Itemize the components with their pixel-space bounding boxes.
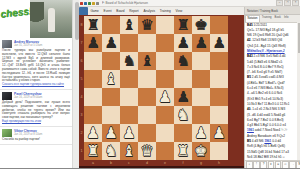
menu-item-view[interactable]: View — [173, 9, 184, 13]
menu-item-training[interactable]: Training — [157, 9, 173, 13]
annotation-button-1[interactable]: ! — [253, 161, 260, 169]
move-text: Re8 (4.Bg5 h6 5.Bxf6 Qxf6) — [247, 144, 285, 148]
avatar — [2, 92, 12, 100]
move-text: 2.d5 3.exd5 cxd5 4.Nf3 — [251, 75, 284, 79]
menu-item-report[interactable]: Report — [127, 9, 141, 13]
square-b3[interactable] — [102, 106, 120, 124]
post-link[interactable]: Скачать все партии турнира можно на сайт… — [2, 83, 70, 87]
notation-panel-header: Notation / Training Book — [245, 7, 300, 15]
white-rook-piece: ♜ — [86, 142, 99, 160]
square-e8[interactable] — [156, 16, 174, 34]
black-bishop-piece: ♝ — [140, 52, 153, 70]
annotation-button-5[interactable]: ∞ — [282, 161, 289, 169]
move-text: 5.d4 (5.Bd3 e6 6.Nbd2 c5 — [247, 60, 282, 64]
black-pawn-piece: ♟ — [194, 34, 207, 52]
forum-post: Viktor ChernovJan 16, 2019 at 8:10amСпас… — [0, 127, 72, 145]
square-d6[interactable]: ♝ — [138, 52, 156, 70]
app-tab-icon[interactable] — [79, 7, 88, 15]
move-text: axb4 7.Nxe4 Nxe4 ½-½ — [254, 128, 287, 132]
file-label-a: a — [84, 160, 102, 166]
post-body-text: Добрый день! Подскажите, как лучше всего… — [2, 101, 70, 120]
notation-panel: Notation / Training Book NotationTrainin… — [244, 7, 300, 168]
square-h7[interactable]: ♟ — [210, 34, 228, 52]
square-d8[interactable]: ♛ — [138, 16, 156, 34]
move-text: 4...a6 5.Be2 e6 6.0-0 Nc6 — [247, 91, 282, 95]
file-label-f: f — [174, 160, 192, 166]
square-b4[interactable] — [102, 88, 120, 106]
file-label-e: e — [156, 160, 174, 166]
board-frame-shadow — [79, 166, 244, 168]
titlebar-icon-2[interactable] — [88, 2, 91, 5]
square-e6[interactable] — [156, 52, 174, 70]
square-e7[interactable] — [156, 34, 174, 52]
page-scrollbar-thumb[interactable] — [75, 2, 79, 40]
white-pawn-piece: ♟ — [122, 124, 135, 142]
square-h6[interactable] — [210, 52, 228, 70]
square-c4[interactable] — [120, 88, 138, 106]
move-text: (8.h3 Bh5 9.c4 e6 10.Nc3) — [247, 97, 283, 101]
menu-item-board[interactable]: Board — [114, 9, 127, 13]
post-date: Jan 16, 2019 at 8:10am — [14, 133, 42, 137]
square-f3[interactable]: ♞ — [174, 106, 192, 124]
titlebar-icon-0[interactable] — [80, 2, 83, 5]
square-d7[interactable] — [138, 34, 156, 52]
square-g8[interactable]: ♚ — [192, 16, 210, 34]
square-b8[interactable] — [102, 16, 120, 34]
white-bishop-piece: ♝ — [104, 70, 117, 88]
black-rook-piece: ♜ — [176, 16, 189, 34]
square-h2[interactable]: ♟ — [210, 124, 228, 142]
square-a5[interactable] — [84, 70, 102, 88]
square-h1[interactable] — [210, 142, 228, 160]
square-g4[interactable] — [192, 88, 210, 106]
square-a1[interactable]: ♜ — [84, 142, 102, 160]
annotation-button-7[interactable]: N — [296, 161, 300, 169]
avatar — [2, 40, 12, 48]
move-text: 6.e4 Bg7 7.Be2 0-0 8.Be3) — [247, 118, 284, 122]
square-f1[interactable]: ♜ — [174, 142, 192, 160]
annotation-button-2[interactable]: ? — [260, 161, 267, 169]
post-head-text: Andrey MorozovJan 31, 2019 at 5:13am — [14, 40, 42, 48]
post-header: Andrey MorozovJan 31, 2019 at 5:13am — [2, 40, 70, 48]
white-pawn-piece: ♟ — [86, 124, 99, 142]
black-knight-piece: ♞ — [176, 52, 189, 70]
annotation-button-0[interactable]: ↕ — [246, 161, 253, 169]
move-text: 4.g3 Bb4 5.Bg2 0-0 6.0-0 e4 — [247, 123, 286, 127]
panel-scrollbar-thumb[interactable] — [298, 23, 300, 53]
chess-board: ♜♝♛♜♚♟♟♟♟♟♞♝♞♝♟♟♞♟♟♟♟♟♜♞♝♛♜♚ — [84, 16, 228, 160]
game-reference-link[interactable]: 1961 — [247, 128, 254, 132]
square-c3[interactable] — [120, 106, 138, 124]
titlebar-icon-1[interactable] — [84, 2, 87, 5]
minimize-button[interactable]: – — [276, 0, 283, 6]
titlebar-icon-3[interactable] — [92, 2, 95, 5]
screen: chess! Andrey MorozovJan 31, 2019 at 5:1… — [0, 0, 300, 168]
square-b2[interactable]: ♟ — [102, 124, 120, 142]
square-h8[interactable] — [210, 16, 228, 34]
move-text: Nf6 19.Qxc6 Rb8 20.Qa4 Qd6 — [247, 33, 288, 37]
forum-post: Andrey MorozovJan 31, 2019 at 5:13amПосл… — [0, 38, 72, 90]
banner-person — [48, 8, 55, 32]
square-b6[interactable] — [102, 52, 120, 70]
black-king-piece: ♚ — [194, 16, 207, 34]
move-text: 7.c3 Nc6 8.0-0 Be7 9.Re1) — [247, 65, 284, 69]
post-head-text: Viktor ChernovJan 16, 2019 at 8:10am — [14, 129, 42, 137]
square-a2[interactable]: ♟ — [84, 124, 102, 142]
square-h5[interactable] — [210, 70, 228, 88]
file-label-h: h — [210, 160, 228, 166]
annotation-button-4[interactable]: = — [275, 161, 282, 169]
move-text: 0-0 d4 — [271, 139, 281, 143]
post-header: Viktor ChernovJan 16, 2019 at 8:10am — [2, 129, 70, 137]
square-e4[interactable]: ♟ — [156, 88, 174, 106]
white-pawn-piece: ♟ — [158, 88, 171, 106]
square-a4[interactable] — [84, 88, 102, 106]
annotation-button-3[interactable]: ± — [268, 161, 275, 169]
menu-item-event[interactable]: Event — [101, 9, 114, 13]
square-c8[interactable]: ♝ — [120, 16, 138, 34]
banner-photo — [30, 0, 72, 38]
close-button[interactable]: × — [292, 0, 299, 6]
square-d2[interactable] — [138, 124, 156, 142]
notation-line[interactable]: Nc6 18.Bb2 Bf8 19.h4 h5 ∞ — [247, 155, 298, 160]
square-c6[interactable]: ♞ — [120, 52, 138, 70]
white-pawn-piece: ♟ — [212, 124, 225, 142]
square-h4[interactable] — [210, 88, 228, 106]
game-reference-link[interactable]: Mikhailov,V - Hjartarson,J — [247, 49, 285, 53]
square-g2[interactable]: ♟ — [192, 124, 210, 142]
file-label-c: c — [120, 160, 138, 166]
move-text: Andrey Borodavin e6 9.Qc2 — [247, 134, 285, 138]
move-text: (4.Bb5+ Bd7 5.Bxd7+ Qxd7 — [247, 81, 285, 85]
move-text: 10.Nc3 Be7 11.Be3 0-0 12.Rc1 — [247, 102, 290, 106]
square-c1[interactable]: ♝ — [120, 142, 138, 160]
menu-item-game[interactable]: Game — [88, 9, 101, 13]
black-pawn-piece: ♟ — [212, 34, 225, 52]
post-body-text: После турнира мы разобрали партию и выяс… — [2, 49, 70, 83]
black-pawn-piece: ♟ — [176, 34, 189, 52]
post-head-text: Pavel ChernyshovJan 16, 2019 at 8:04am — [14, 92, 42, 100]
square-f4[interactable]: ♟ — [174, 88, 192, 106]
square-f6[interactable]: ♞ — [174, 52, 192, 70]
move-text: (7...b6 8.e4 g6 9.e5 Nfd7) — [247, 70, 282, 74]
window-buttons: –□× — [276, 0, 299, 6]
white-knight-piece: ♞ — [104, 142, 117, 160]
square-e5[interactable] — [156, 70, 174, 88]
square-b1[interactable]: ♞ — [102, 142, 120, 160]
file-label-g: g — [192, 160, 210, 166]
forum-post: Pavel ChernyshovJan 16, 2019 at 8:04amДо… — [0, 90, 72, 127]
square-f2[interactable] — [174, 124, 192, 142]
move-text: Nc6 18.Bb2 Bf8 19.h4 h5 ∞ — [247, 155, 285, 159]
move-text: 15.Nd5 Qd8 16.b4 Nxb4 17.a3 — [247, 150, 289, 154]
post-header: Pavel ChernyshovJan 16, 2019 at 8:04am — [2, 92, 70, 100]
black-knight-piece: ♞ — [122, 52, 135, 70]
post-body-text: Спасибо за разбор партии! — [2, 138, 70, 142]
titlebar-icon-4[interactable] — [96, 2, 99, 5]
move-text: 12.b3 Rb8 13.Nf3 Qf4 — [251, 38, 282, 42]
file-label-d: d — [138, 160, 156, 166]
annotation-button-6[interactable]: → — [289, 161, 296, 169]
avatar — [2, 129, 12, 137]
move-text: 2.c3 Nf6 3.e5 Nd5 4.d4 — [253, 54, 286, 58]
move-text: 1/21/2011 — [253, 23, 267, 27]
square-d5[interactable] — [138, 70, 156, 88]
square-g1[interactable]: ♚ — [192, 142, 210, 160]
menu-item-analysis[interactable]: Analysis — [141, 9, 157, 13]
panel-scrollbar[interactable] — [297, 22, 300, 160]
move-text: Qh4 (14...Bg4 15.Qd3 Rfe8) — [247, 44, 286, 48]
move-text: 1.c4 e5 2.Nc3 Nf6 3.Nf3 — [251, 107, 285, 111]
square-f7[interactable]: ♟ — [174, 34, 192, 52]
square-a7[interactable]: ♟ — [84, 34, 102, 52]
white-queen-piece: ♛ — [140, 142, 153, 160]
square-d1[interactable]: ♛ — [138, 142, 156, 160]
forum-webpage: chess! Andrey MorozovJan 31, 2019 at 5:1… — [0, 0, 72, 168]
white-rook-piece: ♜ — [176, 142, 189, 160]
square-g7[interactable]: ♟ — [192, 34, 210, 52]
chess-window-titlebar: F: Board of Schachclub Hjartarson –□× — [79, 0, 300, 7]
square-g6[interactable] — [192, 52, 210, 70]
site-logo[interactable]: chess! — [0, 6, 30, 33]
square-c5[interactable] — [120, 70, 138, 88]
square-a6[interactable] — [84, 52, 102, 70]
square-a3[interactable] — [84, 106, 102, 124]
square-a8[interactable]: ♜ — [84, 16, 102, 34]
post-link[interactable]: Ещё преимущество на этом — [2, 120, 70, 124]
titlebar-icons — [80, 2, 99, 5]
square-e3[interactable] — [156, 106, 174, 124]
black-pawn-piece: ♟ — [104, 34, 117, 52]
black-rook-piece: ♜ — [86, 16, 99, 34]
move-text: Qe1+ 17.Nf3 Bg4 18.g3 b5 — [247, 28, 284, 32]
white-knight-piece: ♞ — [176, 106, 189, 124]
white-king-piece: ♚ — [194, 142, 207, 160]
square-c7[interactable] — [120, 34, 138, 52]
square-h3[interactable] — [210, 106, 228, 124]
move-text: 4.d3 Nf6 — [251, 139, 264, 143]
square-g5[interactable] — [192, 70, 210, 88]
black-bishop-piece: ♝ — [122, 16, 135, 34]
square-e1[interactable] — [156, 142, 174, 160]
square-b7[interactable]: ♟ — [102, 34, 120, 52]
notation-move-list: B45 1/21/2011Qe1+ 17.Nf3 Bg4 18.g3 b5Nf6… — [245, 22, 298, 160]
square-f5[interactable] — [174, 70, 192, 88]
file-labels: abcdefgh — [84, 160, 228, 166]
square-f8[interactable]: ♜ — [174, 16, 192, 34]
file-label-b: b — [102, 160, 120, 166]
white-pawn-piece: ♟ — [194, 124, 207, 142]
square-d3[interactable] — [138, 106, 156, 124]
notation-toolbar: ↕!?±=∞→N+# — [245, 160, 300, 168]
maximize-button[interactable]: □ — [284, 0, 291, 6]
black-pawn-piece: ♟ — [176, 88, 189, 106]
square-c2[interactable]: ♟ — [120, 124, 138, 142]
square-d4[interactable] — [138, 88, 156, 106]
window-title: F: Board of Schachclub Hjartarson — [102, 1, 275, 5]
move-text: 6.c4 e6 7.Nf3 Bb4+ 8.Nc3) — [247, 86, 284, 90]
move-text: (3...d6 4.d4 exd4 5.Nxd4 g6 — [247, 113, 285, 117]
black-queen-piece: ♛ — [140, 16, 153, 34]
square-g3[interactable] — [192, 106, 210, 124]
forum-posts: Andrey MorozovJan 31, 2019 at 5:13amПосл… — [0, 38, 72, 145]
square-e2[interactable] — [156, 124, 174, 142]
banner-tree — [30, 2, 44, 28]
square-b5[interactable]: ♝ — [102, 70, 120, 88]
white-bishop-piece: ♝ — [122, 142, 135, 160]
black-pawn-piece: ♟ — [86, 34, 99, 52]
white-pawn-piece: ♟ — [104, 124, 117, 142]
